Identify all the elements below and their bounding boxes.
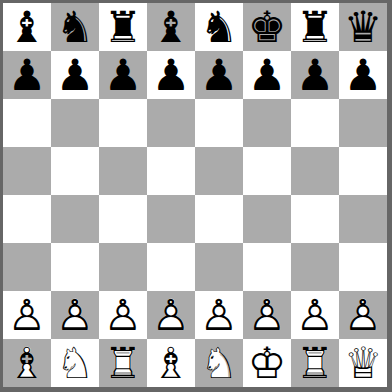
piece-glyph-outline: ♙	[51, 291, 99, 339]
square-e8[interactable]: ♞	[195, 3, 243, 51]
piece-glyph-outline: ♙	[147, 291, 195, 339]
square-c3[interactable]	[99, 243, 147, 291]
piece-black-knight[interactable]: ♞	[195, 3, 243, 51]
piece-white-pawn[interactable]: ♟♙	[339, 291, 387, 339]
piece-black-bishop[interactable]: ♝	[3, 3, 51, 51]
piece-glyph-outline: ♖	[99, 339, 147, 387]
square-c2[interactable]: ♟♙	[99, 291, 147, 339]
piece-black-pawn[interactable]: ♟	[147, 51, 195, 99]
square-b8[interactable]: ♞	[51, 3, 99, 51]
piece-glyph-fill: ♞	[195, 3, 243, 51]
piece-glyph-outline: ♗	[3, 339, 51, 387]
square-b5[interactable]	[51, 147, 99, 195]
square-h2[interactable]: ♟♙	[339, 291, 387, 339]
piece-glyph-outline: ♙	[243, 291, 291, 339]
piece-glyph-fill: ♛	[339, 3, 387, 51]
square-f6[interactable]	[243, 99, 291, 147]
square-e5[interactable]	[195, 147, 243, 195]
square-d4[interactable]	[147, 195, 195, 243]
piece-black-pawn[interactable]: ♟	[195, 51, 243, 99]
piece-glyph-outline: ♘	[195, 339, 243, 387]
square-e6[interactable]	[195, 99, 243, 147]
square-g3[interactable]	[291, 243, 339, 291]
square-d8[interactable]: ♝	[147, 3, 195, 51]
square-g4[interactable]	[291, 195, 339, 243]
piece-black-pawn[interactable]: ♟	[243, 51, 291, 99]
piece-glyph-outline: ♙	[3, 291, 51, 339]
piece-glyph-fill: ♟	[291, 51, 339, 99]
piece-glyph-fill: ♞	[51, 3, 99, 51]
piece-glyph-outline: ♙	[291, 291, 339, 339]
square-g7[interactable]: ♟	[291, 51, 339, 99]
piece-glyph-fill: ♟	[3, 51, 51, 99]
piece-white-knight[interactable]: ♞♘	[195, 339, 243, 387]
square-g2[interactable]: ♟♙	[291, 291, 339, 339]
square-f2[interactable]: ♟♙	[243, 291, 291, 339]
piece-black-pawn[interactable]: ♟	[51, 51, 99, 99]
piece-glyph-outline: ♙	[99, 291, 147, 339]
piece-white-pawn[interactable]: ♟♙	[147, 291, 195, 339]
piece-glyph-fill: ♟	[147, 51, 195, 99]
square-b7[interactable]: ♟	[51, 51, 99, 99]
piece-black-queen[interactable]: ♛	[339, 3, 387, 51]
square-a1[interactable]: ♝♗	[3, 339, 51, 387]
square-d6[interactable]	[147, 99, 195, 147]
piece-glyph-outline: ♙	[339, 291, 387, 339]
piece-black-pawn[interactable]: ♟	[3, 51, 51, 99]
square-a4[interactable]	[3, 195, 51, 243]
piece-white-pawn[interactable]: ♟♙	[51, 291, 99, 339]
square-h8[interactable]: ♛	[339, 3, 387, 51]
square-f4[interactable]	[243, 195, 291, 243]
square-b6[interactable]	[51, 99, 99, 147]
piece-white-pawn[interactable]: ♟♙	[243, 291, 291, 339]
square-g5[interactable]	[291, 147, 339, 195]
piece-glyph-fill: ♟	[339, 51, 387, 99]
piece-white-bishop[interactable]: ♝♗	[3, 339, 51, 387]
square-d3[interactable]	[147, 243, 195, 291]
piece-glyph-fill: ♝	[3, 3, 51, 51]
piece-white-bishop[interactable]: ♝♗	[147, 339, 195, 387]
square-c6[interactable]	[99, 99, 147, 147]
square-e4[interactable]	[195, 195, 243, 243]
piece-white-pawn[interactable]: ♟♙	[3, 291, 51, 339]
square-g6[interactable]	[291, 99, 339, 147]
piece-black-rook[interactable]: ♜	[291, 3, 339, 51]
chess-board: ♝♞♜♝♞♚♜♛♟♟♟♟♟♟♟♟♟♙♟♙♟♙♟♙♟♙♟♙♟♙♟♙♝♗♞♘♜♖♝♗…	[3, 3, 387, 387]
piece-black-pawn[interactable]: ♟	[99, 51, 147, 99]
piece-glyph-outline: ♘	[51, 339, 99, 387]
piece-black-pawn[interactable]: ♟	[291, 51, 339, 99]
piece-glyph-fill: ♚	[243, 3, 291, 51]
square-a2[interactable]: ♟♙	[3, 291, 51, 339]
square-d1[interactable]: ♝♗	[147, 339, 195, 387]
piece-glyph-outline: ♔	[243, 339, 291, 387]
piece-glyph-outline: ♖	[291, 339, 339, 387]
piece-white-pawn[interactable]: ♟♙	[291, 291, 339, 339]
square-e7[interactable]: ♟	[195, 51, 243, 99]
square-h5[interactable]	[339, 147, 387, 195]
piece-white-pawn[interactable]: ♟♙	[195, 291, 243, 339]
square-d5[interactable]	[147, 147, 195, 195]
square-f8[interactable]: ♚	[243, 3, 291, 51]
square-a8[interactable]: ♝	[3, 3, 51, 51]
square-c8[interactable]: ♜	[99, 3, 147, 51]
square-f3[interactable]	[243, 243, 291, 291]
square-f5[interactable]	[243, 147, 291, 195]
square-b3[interactable]	[51, 243, 99, 291]
square-h4[interactable]	[339, 195, 387, 243]
piece-black-king[interactable]: ♚	[243, 3, 291, 51]
piece-black-pawn[interactable]: ♟	[339, 51, 387, 99]
square-g8[interactable]: ♜	[291, 3, 339, 51]
piece-glyph-fill: ♟	[51, 51, 99, 99]
square-c7[interactable]: ♟	[99, 51, 147, 99]
square-b2[interactable]: ♟♙	[51, 291, 99, 339]
square-b1[interactable]: ♞♘	[51, 339, 99, 387]
piece-glyph-fill: ♜	[291, 3, 339, 51]
piece-white-king[interactable]: ♚♔	[243, 339, 291, 387]
square-e2[interactable]: ♟♙	[195, 291, 243, 339]
piece-glyph-outline: ♗	[147, 339, 195, 387]
square-h3[interactable]	[339, 243, 387, 291]
piece-glyph-fill: ♟	[243, 51, 291, 99]
square-f7[interactable]: ♟	[243, 51, 291, 99]
square-b4[interactable]	[51, 195, 99, 243]
piece-black-bishop[interactable]: ♝	[147, 3, 195, 51]
square-g1[interactable]: ♜♖	[291, 339, 339, 387]
piece-black-knight[interactable]: ♞	[51, 3, 99, 51]
piece-white-queen[interactable]: ♛♕	[339, 339, 387, 387]
square-h6[interactable]	[339, 99, 387, 147]
square-e3[interactable]	[195, 243, 243, 291]
board-frame: ♝♞♜♝♞♚♜♛♟♟♟♟♟♟♟♟♟♙♟♙♟♙♟♙♟♙♟♙♟♙♟♙♝♗♞♘♜♖♝♗…	[0, 0, 392, 392]
square-a6[interactable]	[3, 99, 51, 147]
square-h1[interactable]: ♛♕	[339, 339, 387, 387]
square-d2[interactable]: ♟♙	[147, 291, 195, 339]
square-f1[interactable]: ♚♔	[243, 339, 291, 387]
piece-glyph-fill: ♜	[99, 3, 147, 51]
square-c1[interactable]: ♜♖	[99, 339, 147, 387]
square-d7[interactable]: ♟	[147, 51, 195, 99]
piece-glyph-fill: ♟	[195, 51, 243, 99]
piece-glyph-fill: ♝	[147, 3, 195, 51]
square-e1[interactable]: ♞♘	[195, 339, 243, 387]
piece-glyph-outline: ♕	[339, 339, 387, 387]
piece-black-rook[interactable]: ♜	[99, 3, 147, 51]
square-c5[interactable]	[99, 147, 147, 195]
square-a3[interactable]	[3, 243, 51, 291]
piece-white-rook[interactable]: ♜♖	[99, 339, 147, 387]
square-a5[interactable]	[3, 147, 51, 195]
square-h7[interactable]: ♟	[339, 51, 387, 99]
piece-white-knight[interactable]: ♞♘	[51, 339, 99, 387]
piece-white-rook[interactable]: ♜♖	[291, 339, 339, 387]
square-a7[interactable]: ♟	[3, 51, 51, 99]
piece-glyph-outline: ♙	[195, 291, 243, 339]
piece-glyph-fill: ♟	[99, 51, 147, 99]
piece-white-pawn[interactable]: ♟♙	[99, 291, 147, 339]
square-c4[interactable]	[99, 195, 147, 243]
